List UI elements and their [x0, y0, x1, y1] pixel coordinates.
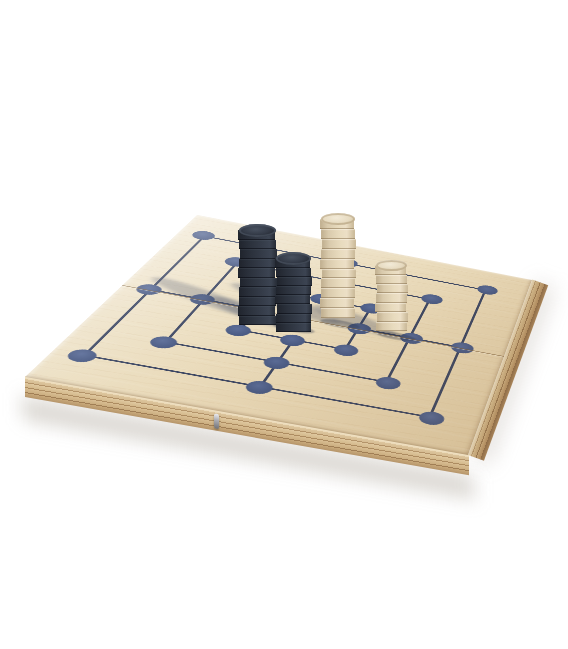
stack-top-cap	[321, 213, 355, 225]
disc-dark	[240, 278, 277, 288]
disc-light	[321, 288, 355, 298]
disc-light	[320, 298, 354, 308]
disc-dark	[275, 295, 310, 304]
stack-light-tall	[321, 219, 355, 318]
disc-dark	[239, 259, 276, 269]
disc-dark	[240, 249, 277, 259]
disc-dark	[276, 286, 311, 295]
disc-light	[376, 293, 407, 302]
disc-light	[375, 303, 406, 312]
disc-dark	[276, 323, 311, 332]
product-photo-scene	[0, 0, 568, 649]
disc-dark	[238, 306, 275, 316]
disc-dark	[239, 287, 276, 297]
stack-dark-tall	[239, 230, 276, 325]
disc-dark	[239, 316, 276, 326]
disc-light	[322, 269, 356, 279]
stack-dark-short	[276, 258, 311, 332]
piece-stacks-layer	[0, 0, 568, 649]
stack-light-short	[376, 265, 407, 331]
stack-top-cap	[239, 224, 276, 237]
disc-light	[376, 275, 407, 284]
disc-light	[320, 259, 354, 269]
disc-light	[377, 312, 408, 321]
disc-light	[321, 308, 355, 318]
disc-dark	[276, 268, 311, 277]
disc-dark	[277, 304, 312, 313]
disc-dark	[239, 297, 276, 307]
disc-dark	[238, 268, 275, 278]
disc-dark	[277, 277, 312, 286]
disc-light	[321, 249, 355, 259]
disc-dark	[239, 240, 276, 250]
disc-light	[377, 284, 408, 293]
disc-dark	[276, 314, 311, 323]
disc-light	[321, 278, 355, 288]
disc-light	[322, 239, 356, 249]
disc-light	[321, 229, 355, 239]
stack-top-cap	[376, 260, 407, 271]
stack-top-cap	[276, 252, 311, 265]
disc-light	[376, 322, 407, 331]
